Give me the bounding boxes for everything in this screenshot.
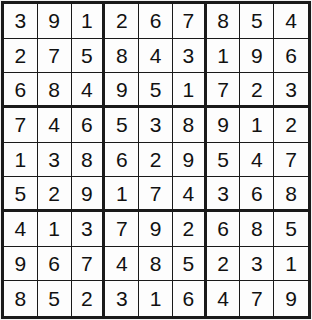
cell-r6c4[interactable]: 1 — [105, 177, 139, 212]
cell-r8c3[interactable]: 7 — [72, 247, 106, 282]
cell-r7c7[interactable]: 6 — [207, 212, 241, 247]
cell-r3c4[interactable]: 9 — [105, 73, 139, 108]
cell-r6c9[interactable]: 8 — [274, 177, 308, 212]
cell-r2c9[interactable]: 6 — [274, 39, 308, 74]
cell-r1c1[interactable]: 3 — [4, 4, 38, 39]
cell-r2c7[interactable]: 1 — [207, 39, 241, 74]
cell-r9c5[interactable]: 1 — [139, 281, 173, 316]
cell-r4c7[interactable]: 9 — [207, 108, 241, 143]
cell-r3c1[interactable]: 6 — [4, 73, 38, 108]
cell-r8c8[interactable]: 3 — [240, 247, 274, 282]
cell-r3c9[interactable]: 3 — [274, 73, 308, 108]
cell-r1c6[interactable]: 7 — [173, 4, 207, 39]
cell-r6c7[interactable]: 3 — [207, 177, 241, 212]
cell-r5c5[interactable]: 2 — [139, 143, 173, 178]
cell-r5c6[interactable]: 9 — [173, 143, 207, 178]
cell-r1c7[interactable]: 8 — [207, 4, 241, 39]
cell-r9c2[interactable]: 5 — [38, 281, 72, 316]
cell-r4c3[interactable]: 6 — [72, 108, 106, 143]
cell-r5c8[interactable]: 4 — [240, 143, 274, 178]
cell-r1c8[interactable]: 5 — [240, 4, 274, 39]
cell-r3c7[interactable]: 7 — [207, 73, 241, 108]
cell-r7c8[interactable]: 8 — [240, 212, 274, 247]
cell-r9c8[interactable]: 7 — [240, 281, 274, 316]
cell-r4c2[interactable]: 4 — [38, 108, 72, 143]
cell-r3c8[interactable]: 2 — [240, 73, 274, 108]
cell-r7c1[interactable]: 4 — [4, 212, 38, 247]
cell-r7c6[interactable]: 2 — [173, 212, 207, 247]
cell-r8c4[interactable]: 4 — [105, 247, 139, 282]
cell-r4c8[interactable]: 1 — [240, 108, 274, 143]
cell-r9c9[interactable]: 9 — [274, 281, 308, 316]
cell-r4c4[interactable]: 5 — [105, 108, 139, 143]
cell-r5c4[interactable]: 6 — [105, 143, 139, 178]
cell-r9c3[interactable]: 2 — [72, 281, 106, 316]
cell-r4c9[interactable]: 2 — [274, 108, 308, 143]
cell-r1c2[interactable]: 9 — [38, 4, 72, 39]
cell-r3c2[interactable]: 8 — [38, 73, 72, 108]
sudoku-board-wrapper: 3912678542758431966849517237465389121386… — [0, 0, 312, 320]
cell-r2c1[interactable]: 2 — [4, 39, 38, 74]
cell-r2c4[interactable]: 8 — [105, 39, 139, 74]
cell-r3c3[interactable]: 4 — [72, 73, 106, 108]
sudoku-board: 3912678542758431966849517237465389121386… — [1, 1, 311, 319]
cell-r2c6[interactable]: 3 — [173, 39, 207, 74]
cell-r4c5[interactable]: 3 — [139, 108, 173, 143]
cell-r6c5[interactable]: 7 — [139, 177, 173, 212]
cell-r8c5[interactable]: 8 — [139, 247, 173, 282]
cell-r3c6[interactable]: 1 — [173, 73, 207, 108]
cell-r2c8[interactable]: 9 — [240, 39, 274, 74]
cell-r4c6[interactable]: 8 — [173, 108, 207, 143]
cell-r7c9[interactable]: 5 — [274, 212, 308, 247]
cell-r5c2[interactable]: 3 — [38, 143, 72, 178]
cell-r5c7[interactable]: 5 — [207, 143, 241, 178]
cell-r6c8[interactable]: 6 — [240, 177, 274, 212]
cell-r1c5[interactable]: 6 — [139, 4, 173, 39]
cell-r6c6[interactable]: 4 — [173, 177, 207, 212]
cell-r7c5[interactable]: 9 — [139, 212, 173, 247]
cell-r8c2[interactable]: 6 — [38, 247, 72, 282]
cell-r8c7[interactable]: 2 — [207, 247, 241, 282]
cell-r5c3[interactable]: 8 — [72, 143, 106, 178]
cell-r6c2[interactable]: 2 — [38, 177, 72, 212]
cell-r1c9[interactable]: 4 — [274, 4, 308, 39]
cell-r2c3[interactable]: 5 — [72, 39, 106, 74]
cell-r7c4[interactable]: 7 — [105, 212, 139, 247]
cell-r6c3[interactable]: 9 — [72, 177, 106, 212]
cell-r5c9[interactable]: 7 — [274, 143, 308, 178]
cell-r1c3[interactable]: 1 — [72, 4, 106, 39]
cell-r3c5[interactable]: 5 — [139, 73, 173, 108]
cell-r4c1[interactable]: 7 — [4, 108, 38, 143]
cell-r7c2[interactable]: 1 — [38, 212, 72, 247]
cell-r6c1[interactable]: 5 — [4, 177, 38, 212]
cell-r9c7[interactable]: 4 — [207, 281, 241, 316]
cell-r2c2[interactable]: 7 — [38, 39, 72, 74]
cell-r2c5[interactable]: 4 — [139, 39, 173, 74]
cell-r9c6[interactable]: 6 — [173, 281, 207, 316]
cell-r8c6[interactable]: 5 — [173, 247, 207, 282]
cell-r9c1[interactable]: 8 — [4, 281, 38, 316]
cell-r5c1[interactable]: 1 — [4, 143, 38, 178]
cell-r1c4[interactable]: 2 — [105, 4, 139, 39]
cell-r9c4[interactable]: 3 — [105, 281, 139, 316]
cell-r8c9[interactable]: 1 — [274, 247, 308, 282]
cell-r7c3[interactable]: 3 — [72, 212, 106, 247]
cell-r8c1[interactable]: 9 — [4, 247, 38, 282]
